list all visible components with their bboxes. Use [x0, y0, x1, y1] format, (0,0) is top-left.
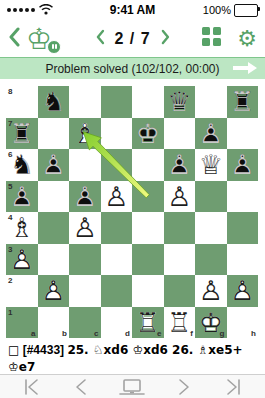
square-h2[interactable]: ♟♙ [227, 275, 259, 307]
piece-black-pawn[interactable]: ♟♙ [195, 118, 227, 150]
square-h6[interactable]: ♟♙ [227, 149, 259, 181]
square-d8[interactable] [101, 86, 133, 118]
square-b3[interactable] [38, 244, 70, 276]
square-c7[interactable]: ♝♗ [69, 118, 101, 150]
status-right: 100% [203, 4, 258, 17]
square-g4[interactable] [195, 212, 227, 244]
status-left [7, 1, 53, 19]
square-d5[interactable]: ♟♙ [101, 181, 133, 213]
piece-black-knight[interactable]: ♞♘ [38, 86, 70, 118]
file-label: a [31, 329, 35, 338]
square-b1[interactable]: b [38, 307, 70, 339]
rank-label: 8 [8, 87, 12, 96]
piece-white-pawn[interactable]: ♟♙ [69, 212, 101, 244]
square-e8[interactable] [132, 86, 164, 118]
square-g3[interactable] [195, 244, 227, 276]
file-label: c [94, 329, 98, 338]
square-g8[interactable] [195, 86, 227, 118]
rank-label: 7 [8, 119, 12, 128]
square-h1[interactable]: h [227, 307, 259, 339]
square-c2[interactable] [69, 275, 101, 307]
signal-strength-icon [7, 8, 35, 12]
square-g7[interactable]: ♟♙ [195, 118, 227, 150]
piece-black-rook[interactable]: ♜♖ [227, 86, 259, 118]
grid-menu-icon[interactable] [202, 27, 221, 50]
square-a6[interactable]: 6♞♘ [6, 149, 38, 181]
square-g1[interactable]: g♚♔ [195, 307, 227, 339]
status-bar: 9:41 AM 100% [0, 0, 265, 20]
bottom-toolbar [0, 374, 265, 398]
square-e2[interactable] [132, 275, 164, 307]
square-f5[interactable]: ♟♙ [164, 181, 196, 213]
piece-white-pawn[interactable]: ♟♙ [227, 275, 259, 307]
chess-board-area: 8♞♘♛♕♜♖7♜♖♝♗♚♔♟♙6♞♘♟♙♟♙♛♕♟♙5♟♙♟♙♟♙♟♙4♝♗♟… [6, 86, 258, 338]
square-e6[interactable] [132, 149, 164, 181]
file-label: h [251, 329, 256, 338]
settings-gear-icon[interactable]: ⚙ [237, 28, 257, 50]
piece-white-bishop[interactable]: ♝♗ [69, 118, 101, 150]
square-a7[interactable]: 7♜♖ [6, 118, 38, 150]
square-a3[interactable]: 3♟♙ [6, 244, 38, 276]
file-label: e [157, 329, 161, 338]
clock-time: 9:41 AM [110, 0, 156, 20]
square-f1[interactable]: f♜♖ [164, 307, 196, 339]
notation-line-1: □ [#4433] 25. ♘xd6 ♔xd6 26. ♗xe5+ ♔e7 [8, 342, 257, 376]
square-h3[interactable] [227, 244, 259, 276]
skip-to-start-icon[interactable] [21, 378, 43, 396]
square-b4[interactable] [38, 212, 70, 244]
white-to-move-symbol: □ [8, 343, 19, 357]
square-d3[interactable] [101, 244, 133, 276]
step-forward-icon[interactable] [175, 378, 193, 396]
piece-white-pawn[interactable]: ♟♙ [195, 275, 227, 307]
rank-label: 1 [8, 308, 12, 317]
nav-right: ⚙ [202, 27, 257, 50]
square-f2[interactable] [164, 275, 196, 307]
square-h4[interactable] [227, 212, 259, 244]
file-label: d [125, 329, 130, 338]
square-d4[interactable] [101, 212, 133, 244]
square-a1[interactable]: 1a [6, 307, 38, 339]
wifi-icon [39, 1, 53, 19]
square-b2[interactable]: ♟♙ [38, 275, 70, 307]
battery-icon [234, 4, 258, 17]
square-e1[interactable]: e♜♖ [132, 307, 164, 339]
square-g2[interactable]: ♟♙ [195, 275, 227, 307]
rank-label: 5 [8, 182, 12, 191]
square-a5[interactable]: 5♟♙ [6, 181, 38, 213]
back-chevron-icon[interactable] [8, 27, 20, 51]
square-d6[interactable] [101, 149, 133, 181]
square-c5[interactable]: ♟♙ [69, 181, 101, 213]
piece-black-king[interactable]: ♚♔ [132, 118, 164, 150]
square-b5[interactable] [38, 181, 70, 213]
chess-king-logo-icon[interactable]: ♔ [26, 23, 60, 55]
square-e5[interactable] [132, 181, 164, 213]
square-a4[interactable]: 4♝♗ [6, 212, 38, 244]
square-b7[interactable] [38, 118, 70, 150]
next-puzzle-chevron-icon[interactable] [161, 29, 171, 49]
rank-label: 2 [8, 276, 12, 285]
square-d2[interactable] [101, 275, 133, 307]
result-banner-text: Problem solved (102/102, 00:00) [45, 62, 219, 76]
piece-white-pawn[interactable]: ♟♙ [101, 181, 133, 213]
battery-percent: 100% [203, 4, 231, 16]
piece-black-pawn[interactable]: ♟♙ [227, 149, 259, 181]
square-c1[interactable]: c [69, 307, 101, 339]
square-g6[interactable]: ♛♕ [195, 149, 227, 181]
square-d1[interactable]: d [101, 307, 133, 339]
square-f3[interactable] [164, 244, 196, 276]
file-label: b [62, 329, 67, 338]
square-c3[interactable] [69, 244, 101, 276]
square-f4[interactable] [164, 212, 196, 244]
square-h5[interactable] [227, 181, 259, 213]
file-label: f [190, 329, 193, 338]
rank-label: 6 [8, 150, 12, 159]
square-e4[interactable] [132, 212, 164, 244]
app-window: 9:41 AM 100% ♔ 2 / 7 [0, 0, 265, 398]
skip-to-end-icon[interactable] [222, 378, 244, 396]
square-a2[interactable]: 2 [6, 275, 38, 307]
problem-id: [#4433] [23, 343, 64, 357]
square-a8[interactable]: 8 [6, 86, 38, 118]
puzzle-counter: 2 / 7 [114, 30, 150, 48]
square-e7[interactable]: ♚♔ [132, 118, 164, 150]
rank-label: 3 [8, 245, 12, 254]
square-d7[interactable] [101, 118, 133, 150]
square-h7[interactable] [227, 118, 259, 150]
piece-black-pawn[interactable]: ♟♙ [38, 149, 70, 181]
step-back-icon[interactable] [72, 378, 90, 396]
square-f7[interactable] [164, 118, 196, 150]
piece-white-queen[interactable]: ♛♕ [195, 149, 227, 181]
square-c6[interactable] [69, 149, 101, 181]
puzzle-pager: 2 / 7 [94, 20, 170, 57]
square-c8[interactable] [69, 86, 101, 118]
nav-bar: ♔ 2 / 7 [0, 20, 265, 57]
file-label: g [220, 329, 225, 338]
piece-white-pawn[interactable]: ♟♙ [38, 275, 70, 307]
next-arrow-icon[interactable] [231, 61, 259, 79]
piece-white-pawn[interactable]: ♟♙ [164, 181, 196, 213]
result-banner: Problem solved (102/102, 00:00) [0, 57, 265, 79]
computer-analysis-icon[interactable] [119, 378, 145, 396]
piece-black-queen[interactable]: ♛♕ [164, 86, 196, 118]
nav-left: ♔ [8, 23, 60, 55]
prev-puzzle-chevron-icon[interactable] [94, 29, 104, 49]
square-g5[interactable] [195, 181, 227, 213]
square-f6[interactable]: ♟♙ [164, 149, 196, 181]
rank-label: 4 [8, 213, 12, 222]
square-f8[interactable]: ♛♕ [164, 86, 196, 118]
square-b8[interactable]: ♞♘ [38, 86, 70, 118]
square-c4[interactable]: ♟♙ [69, 212, 101, 244]
square-b6[interactable]: ♟♙ [38, 149, 70, 181]
chess-board[interactable]: 8♞♘♛♕♜♖7♜♖♝♗♚♔♟♙6♞♘♟♙♟♙♛♕♟♙5♟♙♟♙♟♙♟♙4♝♗♟… [6, 86, 258, 338]
piece-black-pawn[interactable]: ♟♙ [69, 181, 101, 213]
piece-black-pawn[interactable]: ♟♙ [164, 149, 196, 181]
square-h8[interactable]: ♜♖ [227, 86, 259, 118]
square-e3[interactable] [132, 244, 164, 276]
